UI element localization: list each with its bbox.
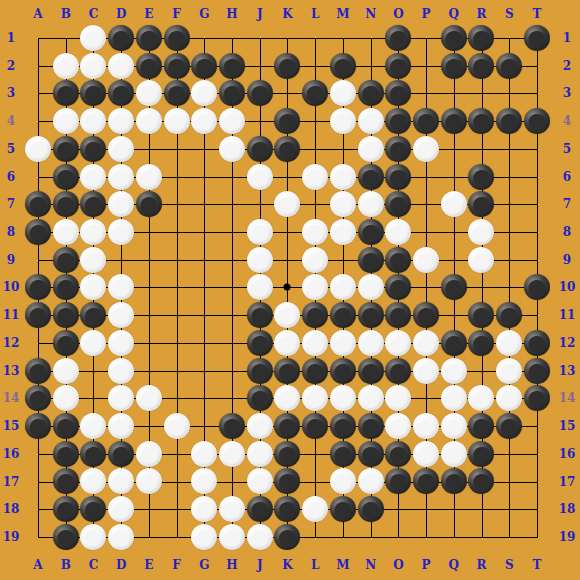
intersection-R7[interactable]: ● [468, 190, 496, 218]
intersection-M14[interactable]: ● [329, 384, 357, 412]
intersection-D5[interactable]: ● [107, 135, 135, 163]
intersection-S19[interactable] [495, 523, 523, 551]
intersection-D7[interactable]: ● [107, 190, 135, 218]
intersection-Q19[interactable] [440, 523, 468, 551]
intersection-J8[interactable]: ● [246, 218, 274, 246]
intersection-D6[interactable]: ● [107, 163, 135, 191]
intersection-C17[interactable]: ● [80, 468, 108, 496]
intersection-S7[interactable] [495, 190, 523, 218]
intersection-B12[interactable]: ● [52, 329, 80, 357]
intersection-Q5[interactable] [440, 135, 468, 163]
intersection-H19[interactable]: ● [218, 523, 246, 551]
intersection-F10[interactable] [163, 274, 191, 302]
intersection-Q7[interactable]: ● [440, 190, 468, 218]
intersection-A1[interactable] [24, 24, 52, 52]
intersection-T9[interactable] [523, 246, 551, 274]
intersection-F6[interactable] [163, 163, 191, 191]
intersection-P5[interactable]: ● [412, 135, 440, 163]
intersection-O18[interactable] [384, 495, 412, 523]
intersection-D14[interactable]: ● [107, 384, 135, 412]
intersection-H8[interactable] [218, 218, 246, 246]
intersection-O15[interactable]: ● [384, 412, 412, 440]
intersection-L8[interactable]: ● [301, 218, 329, 246]
intersection-A7[interactable]: ● [24, 190, 52, 218]
intersection-E9[interactable] [135, 246, 163, 274]
board-intersections[interactable]: ●●●●●●●●●●●●●●●●●●●●●●●●●●●●●●●●●●●●●●●●… [24, 24, 551, 551]
intersection-H7[interactable] [218, 190, 246, 218]
intersection-T17[interactable] [523, 468, 551, 496]
intersection-K15[interactable]: ● [274, 412, 302, 440]
intersection-R3[interactable] [468, 80, 496, 108]
intersection-F4[interactable]: ● [163, 107, 191, 135]
intersection-N13[interactable]: ● [357, 357, 385, 385]
intersection-K16[interactable]: ● [274, 440, 302, 468]
intersection-F3[interactable]: ● [163, 80, 191, 108]
intersection-B19[interactable]: ● [52, 523, 80, 551]
intersection-E17[interactable]: ● [135, 468, 163, 496]
intersection-N5[interactable]: ● [357, 135, 385, 163]
intersection-H9[interactable] [218, 246, 246, 274]
intersection-Q18[interactable] [440, 495, 468, 523]
intersection-J15[interactable]: ● [246, 412, 274, 440]
intersection-P4[interactable]: ● [412, 107, 440, 135]
intersection-A4[interactable] [24, 107, 52, 135]
intersection-H1[interactable] [218, 24, 246, 52]
intersection-G15[interactable] [190, 412, 218, 440]
intersection-L12[interactable]: ● [301, 329, 329, 357]
intersection-N12[interactable]: ● [357, 329, 385, 357]
intersection-B13[interactable]: ● [52, 357, 80, 385]
intersection-M18[interactable]: ● [329, 495, 357, 523]
intersection-O8[interactable]: ● [384, 218, 412, 246]
intersection-A5[interactable]: ● [24, 135, 52, 163]
intersection-A8[interactable]: ● [24, 218, 52, 246]
intersection-A2[interactable] [24, 52, 52, 80]
intersection-A6[interactable] [24, 163, 52, 191]
intersection-R15[interactable]: ● [468, 412, 496, 440]
intersection-P10[interactable] [412, 274, 440, 302]
intersection-K7[interactable]: ● [274, 190, 302, 218]
intersection-H18[interactable]: ● [218, 495, 246, 523]
intersection-M1[interactable] [329, 24, 357, 52]
intersection-C8[interactable]: ● [80, 218, 108, 246]
intersection-A17[interactable] [24, 468, 52, 496]
intersection-D10[interactable]: ● [107, 274, 135, 302]
intersection-N6[interactable]: ● [357, 163, 385, 191]
intersection-L11[interactable]: ● [301, 301, 329, 329]
intersection-B17[interactable]: ● [52, 468, 80, 496]
intersection-M10[interactable]: ● [329, 274, 357, 302]
intersection-F11[interactable] [163, 301, 191, 329]
intersection-C5[interactable]: ● [80, 135, 108, 163]
intersection-F8[interactable] [163, 218, 191, 246]
intersection-E13[interactable] [135, 357, 163, 385]
intersection-G12[interactable] [190, 329, 218, 357]
intersection-J13[interactable]: ● [246, 357, 274, 385]
intersection-L2[interactable] [301, 52, 329, 80]
intersection-B16[interactable]: ● [52, 440, 80, 468]
intersection-G1[interactable] [190, 24, 218, 52]
intersection-R6[interactable]: ● [468, 163, 496, 191]
intersection-O13[interactable]: ● [384, 357, 412, 385]
intersection-H13[interactable] [218, 357, 246, 385]
intersection-F16[interactable] [163, 440, 191, 468]
intersection-R18[interactable] [468, 495, 496, 523]
intersection-E16[interactable]: ● [135, 440, 163, 468]
intersection-E14[interactable]: ● [135, 384, 163, 412]
intersection-E7[interactable]: ● [135, 190, 163, 218]
intersection-L9[interactable]: ● [301, 246, 329, 274]
intersection-F17[interactable] [163, 468, 191, 496]
intersection-K19[interactable]: ● [274, 523, 302, 551]
intersection-R19[interactable] [468, 523, 496, 551]
intersection-M6[interactable]: ● [329, 163, 357, 191]
intersection-O4[interactable]: ● [384, 107, 412, 135]
intersection-P1[interactable] [412, 24, 440, 52]
intersection-O2[interactable]: ● [384, 52, 412, 80]
intersection-Q9[interactable] [440, 246, 468, 274]
intersection-S2[interactable]: ● [495, 52, 523, 80]
intersection-J2[interactable] [246, 52, 274, 80]
intersection-K9[interactable] [274, 246, 302, 274]
intersection-K1[interactable] [274, 24, 302, 52]
intersection-B6[interactable]: ● [52, 163, 80, 191]
intersection-K17[interactable]: ● [274, 468, 302, 496]
intersection-F18[interactable] [163, 495, 191, 523]
intersection-S16[interactable] [495, 440, 523, 468]
intersection-B14[interactable]: ● [52, 384, 80, 412]
intersection-C9[interactable]: ● [80, 246, 108, 274]
intersection-K2[interactable]: ● [274, 52, 302, 80]
intersection-S9[interactable] [495, 246, 523, 274]
intersection-A14[interactable]: ● [24, 384, 52, 412]
intersection-T5[interactable] [523, 135, 551, 163]
intersection-G11[interactable] [190, 301, 218, 329]
intersection-P17[interactable]: ● [412, 468, 440, 496]
intersection-O11[interactable]: ● [384, 301, 412, 329]
intersection-M9[interactable] [329, 246, 357, 274]
intersection-G9[interactable] [190, 246, 218, 274]
intersection-J11[interactable]: ● [246, 301, 274, 329]
intersection-L17[interactable] [301, 468, 329, 496]
intersection-L7[interactable] [301, 190, 329, 218]
intersection-A11[interactable]: ● [24, 301, 52, 329]
intersection-R4[interactable]: ● [468, 107, 496, 135]
intersection-D19[interactable]: ● [107, 523, 135, 551]
intersection-T13[interactable]: ● [523, 357, 551, 385]
intersection-J16[interactable]: ● [246, 440, 274, 468]
intersection-B11[interactable]: ● [52, 301, 80, 329]
intersection-Q3[interactable] [440, 80, 468, 108]
intersection-E12[interactable] [135, 329, 163, 357]
intersection-M16[interactable]: ● [329, 440, 357, 468]
intersection-C19[interactable]: ● [80, 523, 108, 551]
intersection-D4[interactable]: ● [107, 107, 135, 135]
intersection-R16[interactable]: ● [468, 440, 496, 468]
intersection-E1[interactable]: ● [135, 24, 163, 52]
intersection-F14[interactable] [163, 384, 191, 412]
intersection-L1[interactable] [301, 24, 329, 52]
intersection-M7[interactable]: ● [329, 190, 357, 218]
intersection-K8[interactable] [274, 218, 302, 246]
intersection-M8[interactable]: ● [329, 218, 357, 246]
intersection-T3[interactable] [523, 80, 551, 108]
intersection-R8[interactable]: ● [468, 218, 496, 246]
intersection-G2[interactable]: ● [190, 52, 218, 80]
intersection-D16[interactable]: ● [107, 440, 135, 468]
intersection-O14[interactable]: ● [384, 384, 412, 412]
intersection-K6[interactable] [274, 163, 302, 191]
intersection-G18[interactable]: ● [190, 495, 218, 523]
intersection-M11[interactable]: ● [329, 301, 357, 329]
intersection-N4[interactable]: ● [357, 107, 385, 135]
intersection-T1[interactable]: ● [523, 24, 551, 52]
intersection-D12[interactable]: ● [107, 329, 135, 357]
intersection-E5[interactable] [135, 135, 163, 163]
intersection-E3[interactable]: ● [135, 80, 163, 108]
intersection-S3[interactable] [495, 80, 523, 108]
intersection-R12[interactable]: ● [468, 329, 496, 357]
intersection-M12[interactable]: ● [329, 329, 357, 357]
intersection-Q14[interactable]: ● [440, 384, 468, 412]
intersection-J4[interactable] [246, 107, 274, 135]
intersection-F2[interactable]: ● [163, 52, 191, 80]
intersection-E8[interactable] [135, 218, 163, 246]
intersection-A12[interactable] [24, 329, 52, 357]
intersection-J17[interactable]: ● [246, 468, 274, 496]
intersection-Q17[interactable]: ● [440, 468, 468, 496]
intersection-D1[interactable]: ● [107, 24, 135, 52]
intersection-S18[interactable] [495, 495, 523, 523]
intersection-T7[interactable] [523, 190, 551, 218]
intersection-D3[interactable]: ● [107, 80, 135, 108]
intersection-N10[interactable]: ● [357, 274, 385, 302]
intersection-T14[interactable]: ● [523, 384, 551, 412]
intersection-F7[interactable] [163, 190, 191, 218]
intersection-G3[interactable]: ● [190, 80, 218, 108]
intersection-A3[interactable] [24, 80, 52, 108]
intersection-G5[interactable] [190, 135, 218, 163]
intersection-G17[interactable]: ● [190, 468, 218, 496]
intersection-C7[interactable]: ● [80, 190, 108, 218]
intersection-C10[interactable]: ● [80, 274, 108, 302]
intersection-D15[interactable]: ● [107, 412, 135, 440]
intersection-F15[interactable]: ● [163, 412, 191, 440]
intersection-L18[interactable]: ● [301, 495, 329, 523]
intersection-A18[interactable] [24, 495, 52, 523]
intersection-G7[interactable] [190, 190, 218, 218]
intersection-D18[interactable]: ● [107, 495, 135, 523]
intersection-A9[interactable] [24, 246, 52, 274]
intersection-C15[interactable]: ● [80, 412, 108, 440]
intersection-F12[interactable] [163, 329, 191, 357]
intersection-Q4[interactable]: ● [440, 107, 468, 135]
intersection-Q1[interactable]: ● [440, 24, 468, 52]
intersection-F19[interactable] [163, 523, 191, 551]
intersection-Q10[interactable]: ● [440, 274, 468, 302]
intersection-K3[interactable] [274, 80, 302, 108]
intersection-K14[interactable]: ● [274, 384, 302, 412]
intersection-F1[interactable]: ● [163, 24, 191, 52]
intersection-S12[interactable]: ● [495, 329, 523, 357]
intersection-J3[interactable]: ● [246, 80, 274, 108]
intersection-Q6[interactable] [440, 163, 468, 191]
intersection-H3[interactable]: ● [218, 80, 246, 108]
intersection-L4[interactable] [301, 107, 329, 135]
intersection-R14[interactable]: ● [468, 384, 496, 412]
intersection-S6[interactable] [495, 163, 523, 191]
intersection-C12[interactable]: ● [80, 329, 108, 357]
intersection-A10[interactable]: ● [24, 274, 52, 302]
intersection-H4[interactable]: ● [218, 107, 246, 135]
intersection-L13[interactable]: ● [301, 357, 329, 385]
intersection-O7[interactable]: ● [384, 190, 412, 218]
intersection-R1[interactable]: ● [468, 24, 496, 52]
intersection-P16[interactable]: ● [412, 440, 440, 468]
intersection-P14[interactable] [412, 384, 440, 412]
intersection-T18[interactable] [523, 495, 551, 523]
intersection-T19[interactable] [523, 523, 551, 551]
intersection-S10[interactable] [495, 274, 523, 302]
intersection-F9[interactable] [163, 246, 191, 274]
intersection-Q15[interactable]: ● [440, 412, 468, 440]
intersection-L3[interactable]: ● [301, 80, 329, 108]
intersection-R5[interactable] [468, 135, 496, 163]
intersection-T12[interactable]: ● [523, 329, 551, 357]
intersection-T4[interactable]: ● [523, 107, 551, 135]
intersection-S11[interactable]: ● [495, 301, 523, 329]
intersection-C11[interactable]: ● [80, 301, 108, 329]
intersection-M5[interactable] [329, 135, 357, 163]
intersection-S17[interactable] [495, 468, 523, 496]
intersection-N7[interactable]: ● [357, 190, 385, 218]
intersection-T6[interactable] [523, 163, 551, 191]
intersection-D17[interactable]: ● [107, 468, 135, 496]
intersection-D13[interactable]: ● [107, 357, 135, 385]
intersection-O1[interactable]: ● [384, 24, 412, 52]
intersection-S8[interactable] [495, 218, 523, 246]
intersection-B1[interactable] [52, 24, 80, 52]
intersection-D2[interactable]: ● [107, 52, 135, 80]
intersection-O5[interactable]: ● [384, 135, 412, 163]
intersection-R10[interactable] [468, 274, 496, 302]
intersection-Q2[interactable]: ● [440, 52, 468, 80]
intersection-K12[interactable]: ● [274, 329, 302, 357]
intersection-G6[interactable] [190, 163, 218, 191]
intersection-N9[interactable]: ● [357, 246, 385, 274]
intersection-T11[interactable] [523, 301, 551, 329]
intersection-O19[interactable] [384, 523, 412, 551]
intersection-M13[interactable]: ● [329, 357, 357, 385]
intersection-C1[interactable]: ● [80, 24, 108, 52]
intersection-A15[interactable]: ● [24, 412, 52, 440]
intersection-J7[interactable] [246, 190, 274, 218]
intersection-M2[interactable]: ● [329, 52, 357, 80]
intersection-J6[interactable]: ● [246, 163, 274, 191]
intersection-J19[interactable]: ● [246, 523, 274, 551]
intersection-P18[interactable] [412, 495, 440, 523]
intersection-T16[interactable] [523, 440, 551, 468]
intersection-B3[interactable]: ● [52, 80, 80, 108]
intersection-O17[interactable]: ● [384, 468, 412, 496]
intersection-T2[interactable] [523, 52, 551, 80]
intersection-A13[interactable]: ● [24, 357, 52, 385]
intersection-R11[interactable]: ● [468, 301, 496, 329]
intersection-H15[interactable]: ● [218, 412, 246, 440]
intersection-Q16[interactable]: ● [440, 440, 468, 468]
intersection-K13[interactable]: ● [274, 357, 302, 385]
intersection-M17[interactable]: ● [329, 468, 357, 496]
intersection-H17[interactable] [218, 468, 246, 496]
intersection-S13[interactable]: ● [495, 357, 523, 385]
intersection-Q8[interactable] [440, 218, 468, 246]
intersection-P7[interactable] [412, 190, 440, 218]
intersection-N2[interactable] [357, 52, 385, 80]
intersection-K5[interactable]: ● [274, 135, 302, 163]
intersection-N3[interactable]: ● [357, 80, 385, 108]
intersection-J18[interactable]: ● [246, 495, 274, 523]
intersection-C3[interactable]: ● [80, 80, 108, 108]
intersection-K11[interactable]: ● [274, 301, 302, 329]
intersection-T10[interactable]: ● [523, 274, 551, 302]
intersection-Q13[interactable]: ● [440, 357, 468, 385]
intersection-N14[interactable]: ● [357, 384, 385, 412]
intersection-N19[interactable] [357, 523, 385, 551]
intersection-O9[interactable]: ● [384, 246, 412, 274]
intersection-B15[interactable]: ● [52, 412, 80, 440]
intersection-C18[interactable]: ● [80, 495, 108, 523]
intersection-J12[interactable]: ● [246, 329, 274, 357]
intersection-H2[interactable]: ● [218, 52, 246, 80]
intersection-L15[interactable]: ● [301, 412, 329, 440]
intersection-S15[interactable]: ● [495, 412, 523, 440]
intersection-M3[interactable]: ● [329, 80, 357, 108]
intersection-G4[interactable]: ● [190, 107, 218, 135]
intersection-H12[interactable] [218, 329, 246, 357]
intersection-Q12[interactable]: ● [440, 329, 468, 357]
intersection-E15[interactable] [135, 412, 163, 440]
intersection-P3[interactable] [412, 80, 440, 108]
intersection-H5[interactable]: ● [218, 135, 246, 163]
intersection-O12[interactable]: ● [384, 329, 412, 357]
intersection-E6[interactable]: ● [135, 163, 163, 191]
intersection-S14[interactable]: ● [495, 384, 523, 412]
intersection-N16[interactable]: ● [357, 440, 385, 468]
intersection-A19[interactable] [24, 523, 52, 551]
intersection-K4[interactable]: ● [274, 107, 302, 135]
intersection-B5[interactable]: ● [52, 135, 80, 163]
intersection-J9[interactable]: ● [246, 246, 274, 274]
intersection-J5[interactable]: ● [246, 135, 274, 163]
intersection-H10[interactable] [218, 274, 246, 302]
intersection-C2[interactable]: ● [80, 52, 108, 80]
intersection-E10[interactable] [135, 274, 163, 302]
intersection-N1[interactable] [357, 24, 385, 52]
intersection-N15[interactable]: ● [357, 412, 385, 440]
intersection-O6[interactable]: ● [384, 163, 412, 191]
intersection-H11[interactable] [218, 301, 246, 329]
intersection-K10[interactable] [274, 274, 302, 302]
intersection-T8[interactable] [523, 218, 551, 246]
intersection-C13[interactable] [80, 357, 108, 385]
intersection-P19[interactable] [412, 523, 440, 551]
intersection-L14[interactable]: ● [301, 384, 329, 412]
intersection-B10[interactable]: ● [52, 274, 80, 302]
intersection-B8[interactable]: ● [52, 218, 80, 246]
intersection-L5[interactable] [301, 135, 329, 163]
intersection-D8[interactable]: ● [107, 218, 135, 246]
intersection-B9[interactable]: ● [52, 246, 80, 274]
